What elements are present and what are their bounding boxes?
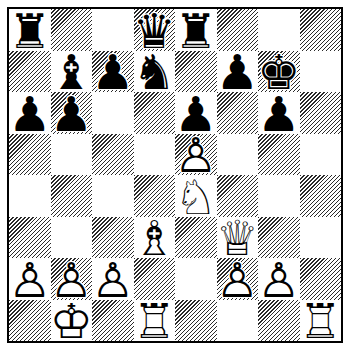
square-d6[interactable] bbox=[134, 92, 176, 134]
square-g4[interactable] bbox=[258, 175, 300, 217]
square-h6[interactable] bbox=[300, 92, 342, 134]
white-rook-piece[interactable]: ♜♖ bbox=[300, 300, 342, 342]
piece-outline-glyph: ♙ bbox=[258, 259, 300, 301]
piece-fill-glyph: ♟ bbox=[51, 93, 93, 135]
square-g5[interactable] bbox=[258, 134, 300, 176]
square-h5[interactable] bbox=[300, 134, 342, 176]
square-a6[interactable]: ♟ bbox=[9, 92, 51, 134]
white-pawn-piece[interactable]: ♟♙ bbox=[9, 258, 51, 300]
white-pawn-piece[interactable]: ♟♙ bbox=[217, 258, 259, 300]
black-rook-piece[interactable]: ♜ bbox=[175, 9, 217, 51]
white-knight-piece[interactable]: ♞♘ bbox=[175, 175, 217, 217]
piece-fill-glyph: ♟ bbox=[258, 93, 300, 135]
square-a4[interactable] bbox=[9, 175, 51, 217]
square-g1[interactable] bbox=[258, 300, 300, 342]
piece-outline-glyph: ♙ bbox=[217, 259, 259, 301]
square-a1[interactable] bbox=[9, 300, 51, 342]
square-h7[interactable] bbox=[300, 51, 342, 93]
square-b5[interactable] bbox=[51, 134, 93, 176]
piece-outline-glyph: ♖ bbox=[300, 301, 342, 343]
square-f2[interactable]: ♟♙ bbox=[217, 258, 259, 300]
square-e3[interactable] bbox=[175, 217, 217, 259]
white-pawn-piece[interactable]: ♟♙ bbox=[92, 258, 134, 300]
square-b1[interactable]: ♚♔ bbox=[51, 300, 93, 342]
square-c1[interactable] bbox=[92, 300, 134, 342]
square-e8[interactable]: ♜ bbox=[175, 9, 217, 51]
piece-outline-glyph: ♖ bbox=[134, 301, 176, 343]
square-h4[interactable] bbox=[300, 175, 342, 217]
square-f1[interactable] bbox=[217, 300, 259, 342]
square-g6[interactable]: ♟ bbox=[258, 92, 300, 134]
square-e1[interactable] bbox=[175, 300, 217, 342]
piece-fill-glyph: ♜ bbox=[175, 10, 217, 52]
black-pawn-piece[interactable]: ♟ bbox=[92, 51, 134, 93]
piece-outline-glyph: ♔ bbox=[51, 301, 93, 343]
square-e2[interactable] bbox=[175, 258, 217, 300]
piece-outline-glyph: ♗ bbox=[134, 218, 176, 260]
square-c5[interactable] bbox=[92, 134, 134, 176]
chess-diagram: ♜♛♜♝♟♞♟♚♟♟♟♟♟♙♞♘♝♗♛♕♟♙♟♙♟♙♟♙♟♙♚♔♜♖♜♖ bbox=[0, 0, 350, 350]
square-e4[interactable]: ♞♘ bbox=[175, 175, 217, 217]
black-pawn-piece[interactable]: ♟ bbox=[258, 92, 300, 134]
piece-fill-glyph: ♟ bbox=[9, 93, 51, 135]
square-h3[interactable] bbox=[300, 217, 342, 259]
square-d5[interactable] bbox=[134, 134, 176, 176]
square-h8[interactable] bbox=[300, 9, 342, 51]
square-f7[interactable]: ♟ bbox=[217, 51, 259, 93]
piece-outline-glyph: ♙ bbox=[9, 259, 51, 301]
white-king-piece[interactable]: ♚♔ bbox=[51, 300, 93, 342]
square-b4[interactable] bbox=[51, 175, 93, 217]
white-rook-piece[interactable]: ♜♖ bbox=[134, 300, 176, 342]
square-a5[interactable] bbox=[9, 134, 51, 176]
black-pawn-piece[interactable]: ♟ bbox=[217, 51, 259, 93]
piece-fill-glyph: ♟ bbox=[217, 52, 259, 94]
piece-outline-glyph: ♙ bbox=[92, 259, 134, 301]
piece-outline-glyph: ♘ bbox=[175, 176, 217, 218]
black-knight-piece[interactable]: ♞ bbox=[134, 51, 176, 93]
square-f5[interactable] bbox=[217, 134, 259, 176]
square-g2[interactable]: ♟♙ bbox=[258, 258, 300, 300]
chess-board: ♜♛♜♝♟♞♟♚♟♟♟♟♟♙♞♘♝♗♛♕♟♙♟♙♟♙♟♙♟♙♚♔♜♖♜♖ bbox=[7, 7, 343, 343]
square-c2[interactable]: ♟♙ bbox=[92, 258, 134, 300]
square-b6[interactable]: ♟ bbox=[51, 92, 93, 134]
white-pawn-piece[interactable]: ♟♙ bbox=[258, 258, 300, 300]
square-d1[interactable]: ♜♖ bbox=[134, 300, 176, 342]
black-pawn-piece[interactable]: ♟ bbox=[51, 92, 93, 134]
piece-fill-glyph: ♜ bbox=[9, 10, 51, 52]
square-d3[interactable]: ♝♗ bbox=[134, 217, 176, 259]
square-f6[interactable] bbox=[217, 92, 259, 134]
square-a8[interactable]: ♜ bbox=[9, 9, 51, 51]
square-a2[interactable]: ♟♙ bbox=[9, 258, 51, 300]
white-bishop-piece[interactable]: ♝♗ bbox=[134, 217, 176, 259]
black-rook-piece[interactable]: ♜ bbox=[9, 9, 51, 51]
square-c6[interactable] bbox=[92, 92, 134, 134]
square-c7[interactable]: ♟ bbox=[92, 51, 134, 93]
square-c4[interactable] bbox=[92, 175, 134, 217]
black-pawn-piece[interactable]: ♟ bbox=[9, 92, 51, 134]
square-h1[interactable]: ♜♖ bbox=[300, 300, 342, 342]
piece-fill-glyph: ♞ bbox=[134, 52, 176, 94]
square-d7[interactable]: ♞ bbox=[134, 51, 176, 93]
piece-fill-glyph: ♟ bbox=[92, 52, 134, 94]
